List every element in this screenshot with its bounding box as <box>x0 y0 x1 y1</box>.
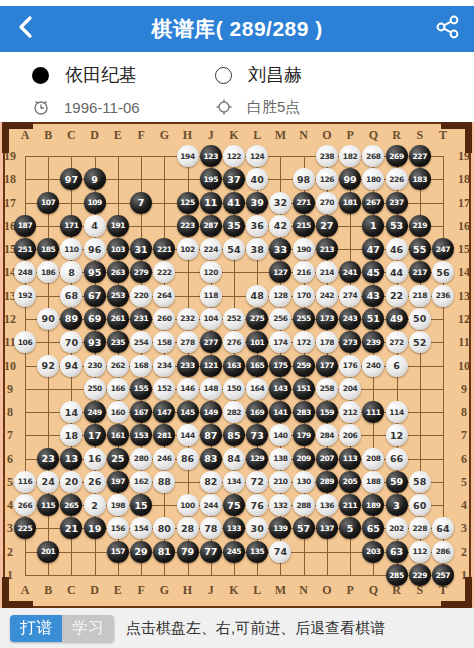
column-label-top: K <box>229 128 238 143</box>
white-player-name: 刘昌赫 <box>248 63 302 87</box>
row-label-right: 17 <box>458 195 470 210</box>
stone-K4: 75 <box>223 494 245 516</box>
stone-C16: 171 <box>60 215 82 237</box>
stone-Q13: 43 <box>362 285 384 307</box>
stone-R5: 59 <box>386 471 408 493</box>
stone-K16: 35 <box>223 215 245 237</box>
clock-icon <box>32 98 50 116</box>
stone-P6: 113 <box>339 448 361 470</box>
stone-P7: 206 <box>339 424 361 446</box>
stone-P18: 99 <box>339 168 361 190</box>
stone-G6: 246 <box>153 448 175 470</box>
stone-F17: 7 <box>130 192 152 214</box>
stone-Q14: 45 <box>362 261 384 283</box>
stone-C5: 20 <box>60 471 82 493</box>
stone-A13: 192 <box>14 285 36 307</box>
stone-M17: 32 <box>269 192 291 214</box>
stone-J13: 118 <box>200 285 222 307</box>
stone-Q6: 208 <box>362 448 384 470</box>
stone-L17: 39 <box>246 192 268 214</box>
stone-J14: 120 <box>200 261 222 283</box>
board-left-margin <box>0 122 3 608</box>
stone-O7: 284 <box>316 424 338 446</box>
share-icon <box>435 14 461 44</box>
stone-F15: 31 <box>130 238 152 260</box>
stone-N17: 271 <box>293 192 315 214</box>
stone-D12: 69 <box>84 308 106 330</box>
stone-J5: 82 <box>200 471 222 493</box>
stone-Q12: 51 <box>362 308 384 330</box>
stone-C13: 68 <box>60 285 82 307</box>
row-label-left: 7 <box>7 428 13 443</box>
stone-S5: 58 <box>409 471 431 493</box>
footer-bar: 打谱 学习 点击棋盘左、右,可前进、后退查看棋谱 <box>0 608 474 648</box>
stone-P8: 212 <box>339 401 361 423</box>
stone-D13: 67 <box>84 285 106 307</box>
stone-N14: 216 <box>293 261 315 283</box>
stone-C12: 89 <box>60 308 82 330</box>
column-label-top: C <box>67 128 76 143</box>
row-label-right: 15 <box>458 242 470 257</box>
stone-N9: 151 <box>293 378 315 400</box>
column-label-top: S <box>416 128 423 143</box>
stone-M8: 141 <box>269 401 291 423</box>
navigation-hint: 点击棋盘左、右,可前进、后退查看棋谱 <box>126 619 385 638</box>
stone-S12: 50 <box>409 308 431 330</box>
stone-F4: 15 <box>130 494 152 516</box>
stone-D5: 26 <box>84 471 106 493</box>
stone-D16: 4 <box>84 215 106 237</box>
row-label-right: 6 <box>461 451 467 466</box>
stone-N16: 215 <box>293 215 315 237</box>
stone-F8: 167 <box>130 401 152 423</box>
stone-Q11: 239 <box>362 331 384 353</box>
stone-P4: 211 <box>339 494 361 516</box>
column-label-top: M <box>275 128 286 143</box>
stone-K7: 85 <box>223 424 245 446</box>
stone-Q10: 240 <box>362 355 384 377</box>
stone-P3: 5 <box>339 517 361 539</box>
stone-P13: 274 <box>339 285 361 307</box>
stone-P14: 241 <box>339 261 361 283</box>
stone-H6: 86 <box>177 448 199 470</box>
column-label-bottom: B <box>44 583 52 598</box>
grid-line-horizontal <box>25 575 444 576</box>
column-label-bottom: C <box>67 583 76 598</box>
stone-O10: 177 <box>316 355 338 377</box>
stone-L13: 48 <box>246 285 268 307</box>
stone-G10: 234 <box>153 355 175 377</box>
stone-M7: 140 <box>269 424 291 446</box>
column-label-top: B <box>44 128 52 143</box>
stone-H2: 79 <box>177 541 199 563</box>
stone-L16: 36 <box>246 215 268 237</box>
row-label-right: 10 <box>458 358 470 373</box>
stone-O11: 178 <box>316 331 338 353</box>
stone-R14: 44 <box>386 261 408 283</box>
stone-N4: 288 <box>293 494 315 516</box>
stone-P5: 205 <box>339 471 361 493</box>
stone-Q17: 267 <box>362 192 384 214</box>
row-label-right: 7 <box>461 428 467 443</box>
stone-H10: 233 <box>177 355 199 377</box>
stone-B2: 201 <box>37 541 59 563</box>
stone-M15: 33 <box>269 238 291 260</box>
row-label-right: 8 <box>461 405 467 420</box>
stone-T1: 257 <box>432 564 454 586</box>
stone-T3: 64 <box>432 517 454 539</box>
stone-J16: 287 <box>200 215 222 237</box>
stone-Q2: 203 <box>362 541 384 563</box>
stone-H8: 145 <box>177 401 199 423</box>
stone-O3: 137 <box>316 517 338 539</box>
stone-O5: 289 <box>316 471 338 493</box>
row-label-left: 1 <box>7 568 13 583</box>
stone-E4: 198 <box>107 494 129 516</box>
row-label-left: 17 <box>4 195 16 210</box>
stone-G15: 221 <box>153 238 175 260</box>
stone-S2: 112 <box>409 541 431 563</box>
stone-S16: 219 <box>409 215 431 237</box>
stone-M3: 139 <box>269 517 291 539</box>
column-label-top: L <box>253 128 261 143</box>
stone-P17: 181 <box>339 192 361 214</box>
share-button[interactable] <box>422 6 474 52</box>
stone-H9: 146 <box>177 378 199 400</box>
stone-J10: 121 <box>200 355 222 377</box>
row-label-right: 13 <box>458 288 470 303</box>
stone-B12: 90 <box>37 308 59 330</box>
stone-L18: 40 <box>246 168 268 190</box>
stone-M13: 128 <box>269 285 291 307</box>
stone-D11: 93 <box>84 331 106 353</box>
stone-J3: 78 <box>200 517 222 539</box>
stone-O19: 238 <box>316 145 338 167</box>
stone-K3: 133 <box>223 517 245 539</box>
stone-O12: 173 <box>316 308 338 330</box>
stone-N8: 283 <box>293 401 315 423</box>
stone-L7: 73 <box>246 424 268 446</box>
stone-O8: 159 <box>316 401 338 423</box>
row-label-right: 1 <box>461 568 467 583</box>
stone-D9: 250 <box>84 378 106 400</box>
stone-H17: 125 <box>177 192 199 214</box>
stone-R7: 12 <box>386 424 408 446</box>
stone-G12: 260 <box>153 308 175 330</box>
stone-R6: 66 <box>386 448 408 470</box>
game-info-panel: 依田纪基 刘昌赫 1996-11-06 <box>0 52 474 122</box>
stone-P9: 204 <box>339 378 361 400</box>
stone-Q19: 268 <box>362 145 384 167</box>
column-label-bottom: K <box>229 583 238 598</box>
column-label-top: H <box>183 128 192 143</box>
black-player-name: 依田纪基 <box>65 63 137 87</box>
stone-A16: 187 <box>14 215 36 237</box>
stone-Q8: 111 <box>362 401 384 423</box>
row-label-right: 16 <box>458 218 470 233</box>
stone-C7: 18 <box>60 424 82 446</box>
column-label-top: E <box>114 128 122 143</box>
column-label-bottom: D <box>90 583 99 598</box>
stone-N5: 130 <box>293 471 315 493</box>
stone-E16: 191 <box>107 215 129 237</box>
stone-A11: 106 <box>14 331 36 353</box>
stone-H16: 223 <box>177 215 199 237</box>
stone-Q3: 65 <box>362 517 384 539</box>
column-label-bottom: G <box>160 583 169 598</box>
stone-N3: 57 <box>293 517 315 539</box>
stone-F12: 231 <box>130 308 152 330</box>
stone-E12: 261 <box>107 308 129 330</box>
row-label-right: 18 <box>458 172 470 187</box>
stone-R13: 22 <box>386 285 408 307</box>
row-label-left: 18 <box>4 172 16 187</box>
stone-R2: 63 <box>386 541 408 563</box>
game-result: 白胜5点 <box>247 98 300 117</box>
stone-B6: 23 <box>37 448 59 470</box>
stone-K12: 252 <box>223 308 245 330</box>
column-label-bottom: O <box>322 583 331 598</box>
stone-P19: 182 <box>339 145 361 167</box>
stone-K2: 245 <box>223 541 245 563</box>
stone-O17: 270 <box>316 192 338 214</box>
stone-D17: 109 <box>84 192 106 214</box>
column-label-top: F <box>137 128 144 143</box>
stone-R12: 49 <box>386 308 408 330</box>
stone-C10: 94 <box>60 355 82 377</box>
back-chevron-icon <box>15 14 37 44</box>
stone-T15: 247 <box>432 238 454 260</box>
stone-K11: 276 <box>223 331 245 353</box>
stone-D10: 230 <box>84 355 106 377</box>
stone-G7: 281 <box>153 424 175 446</box>
stone-R18: 226 <box>386 168 408 190</box>
back-button[interactable] <box>0 6 52 52</box>
stone-E9: 166 <box>107 378 129 400</box>
stone-K18: 37 <box>223 168 245 190</box>
stone-L10: 165 <box>246 355 268 377</box>
stone-J15: 224 <box>200 238 222 260</box>
mode-tabs: 打谱 学习 <box>10 615 114 642</box>
stone-B4: 115 <box>37 494 59 516</box>
result-icon <box>215 98 233 116</box>
row-label-left: 8 <box>7 405 13 420</box>
stone-G3: 80 <box>153 517 175 539</box>
stone-E11: 235 <box>107 331 129 353</box>
stone-F13: 220 <box>130 285 152 307</box>
stone-R1: 285 <box>386 564 408 586</box>
stone-K15: 54 <box>223 238 245 260</box>
stone-O6: 207 <box>316 448 338 470</box>
stone-C6: 13 <box>60 448 82 470</box>
stone-T13: 236 <box>432 285 454 307</box>
stone-G9: 152 <box>153 378 175 400</box>
stone-B5: 24 <box>37 471 59 493</box>
stone-B17: 107 <box>37 192 59 214</box>
stone-N12: 255 <box>293 308 315 330</box>
stone-E13: 253 <box>107 285 129 307</box>
stone-G11: 158 <box>153 331 175 353</box>
stone-Q15: 47 <box>362 238 384 260</box>
stone-L6: 129 <box>246 448 268 470</box>
board-grid-layer: AA1919BB1818CC1717DD1616EE1515FF1414GG13… <box>0 122 474 608</box>
stone-E10: 262 <box>107 355 129 377</box>
stone-H4: 100 <box>177 494 199 516</box>
stone-S1: 229 <box>409 564 431 586</box>
tab-dapu[interactable]: 打谱 <box>10 615 62 642</box>
stone-J7: 87 <box>200 424 222 446</box>
stone-E7: 161 <box>107 424 129 446</box>
stone-N10: 259 <box>293 355 315 377</box>
stone-A15: 251 <box>14 238 36 260</box>
stone-H7: 144 <box>177 424 199 446</box>
stone-O9: 258 <box>316 378 338 400</box>
stone-J12: 104 <box>200 308 222 330</box>
stone-R19: 269 <box>386 145 408 167</box>
column-label-top: T <box>439 128 447 143</box>
stone-R16: 53 <box>386 215 408 237</box>
white-player-icon <box>215 67 232 84</box>
row-label-right: 5 <box>461 474 467 489</box>
stone-E8: 160 <box>107 401 129 423</box>
stone-K17: 41 <box>223 192 245 214</box>
stone-D15: 96 <box>84 238 106 260</box>
stone-Q16: 1 <box>362 215 384 237</box>
stone-B14: 186 <box>37 261 59 283</box>
stone-L3: 30 <box>246 517 268 539</box>
app-screen: 棋谱库( 289/289 ) 依田纪基 刘昌赫 <box>0 0 474 648</box>
stone-D8: 249 <box>84 401 106 423</box>
stone-C18: 97 <box>60 168 82 190</box>
stone-Q5: 188 <box>362 471 384 493</box>
stone-L19: 124 <box>246 145 268 167</box>
stone-O18: 126 <box>316 168 338 190</box>
column-label-bottom: F <box>137 583 144 598</box>
stone-E3: 156 <box>107 517 129 539</box>
stone-E14: 263 <box>107 261 129 283</box>
stone-E6: 25 <box>107 448 129 470</box>
stone-N13: 170 <box>293 285 315 307</box>
stone-S19: 227 <box>409 145 431 167</box>
stone-S3: 228 <box>409 517 431 539</box>
stone-F10: 168 <box>130 355 152 377</box>
stone-L11: 101 <box>246 331 268 353</box>
stone-F11: 254 <box>130 331 152 353</box>
stone-N11: 172 <box>293 331 315 353</box>
stone-D6: 16 <box>84 448 106 470</box>
stone-T14: 56 <box>432 261 454 283</box>
stone-H11: 278 <box>177 331 199 353</box>
column-label-bottom: M <box>275 583 286 598</box>
stone-A5: 116 <box>14 471 36 493</box>
stone-C14: 8 <box>60 261 82 283</box>
stone-E2: 157 <box>107 541 129 563</box>
column-label-top: Q <box>369 128 378 143</box>
stone-F14: 279 <box>130 261 152 283</box>
stone-K8: 282 <box>223 401 245 423</box>
stone-N6: 209 <box>293 448 315 470</box>
row-label-left: 9 <box>7 381 13 396</box>
column-label-top: N <box>299 128 308 143</box>
stone-S11: 52 <box>409 331 431 353</box>
stone-L8: 169 <box>246 401 268 423</box>
row-label-right: 4 <box>461 498 467 513</box>
stone-A3: 225 <box>14 517 36 539</box>
row-label-left: 19 <box>4 149 16 164</box>
stone-M5: 210 <box>269 471 291 493</box>
stone-R15: 46 <box>386 238 408 260</box>
column-label-bottom: A <box>21 583 30 598</box>
row-label-left: 6 <box>7 451 13 466</box>
column-label-bottom: P <box>346 583 353 598</box>
stone-M11: 174 <box>269 331 291 353</box>
row-label-left: 5 <box>7 474 13 489</box>
stone-R3: 202 <box>386 517 408 539</box>
stone-D7: 17 <box>84 424 106 446</box>
stone-K19: 122 <box>223 145 245 167</box>
stone-M10: 175 <box>269 355 291 377</box>
stone-S15: 55 <box>409 238 431 260</box>
column-label-top: A <box>21 128 30 143</box>
stone-B15: 185 <box>37 238 59 260</box>
row-label-left: 2 <box>7 544 13 559</box>
column-label-bottom: J <box>208 583 214 598</box>
row-label-right: 11 <box>458 335 469 350</box>
row-label-right: 9 <box>461 381 467 396</box>
stone-G14: 222 <box>153 261 175 283</box>
stone-C4: 265 <box>60 494 82 516</box>
stone-L5: 72 <box>246 471 268 493</box>
stone-P10: 176 <box>339 355 361 377</box>
stone-R8: 114 <box>386 401 408 423</box>
row-label-left: 12 <box>4 311 16 326</box>
stone-E5: 197 <box>107 471 129 493</box>
stone-A4: 266 <box>14 494 36 516</box>
stone-P11: 273 <box>339 331 361 353</box>
stone-D3: 19 <box>84 517 106 539</box>
stone-P12: 243 <box>339 308 361 330</box>
stone-S4: 60 <box>409 494 431 516</box>
stone-K6: 84 <box>223 448 245 470</box>
column-label-top: O <box>322 128 331 143</box>
stone-M6: 138 <box>269 448 291 470</box>
stone-B10: 92 <box>37 355 59 377</box>
stone-L12: 275 <box>246 308 268 330</box>
stone-M9: 143 <box>269 378 291 400</box>
stone-D18: 9 <box>84 168 106 190</box>
row-label-right: 14 <box>458 265 470 280</box>
stone-M14: 127 <box>269 261 291 283</box>
row-label-left: 4 <box>7 498 13 513</box>
stone-T2: 286 <box>432 541 454 563</box>
row-label-right: 3 <box>461 521 467 536</box>
stone-L9: 164 <box>246 378 268 400</box>
stone-J9: 148 <box>200 378 222 400</box>
column-label-top: P <box>346 128 353 143</box>
stone-C11: 70 <box>60 331 82 353</box>
stone-J11: 277 <box>200 331 222 353</box>
go-board[interactable]: AA1919BB1818CC1717DD1616EE1515FF1414GG13… <box>0 122 474 608</box>
stone-F5: 162 <box>130 471 152 493</box>
row-label-right: 2 <box>461 544 467 559</box>
stone-J19: 123 <box>200 145 222 167</box>
stone-D4: 2 <box>84 494 106 516</box>
tab-xuexi[interactable]: 学习 <box>62 615 114 642</box>
stone-M16: 42 <box>269 215 291 237</box>
stone-K9: 150 <box>223 378 245 400</box>
stone-H15: 102 <box>177 238 199 260</box>
stone-G2: 81 <box>153 541 175 563</box>
